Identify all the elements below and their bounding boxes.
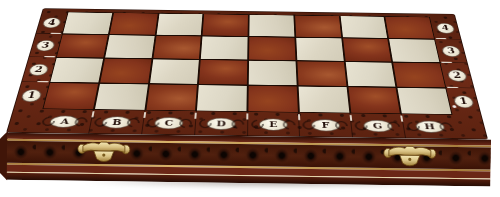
box-front — [6, 133, 491, 187]
board-square-e2 — [249, 61, 297, 85]
brass-clasp-left — [77, 139, 131, 166]
grid-tick — [44, 56, 55, 57]
product-photo: 4321 4321 ABCDEFGH — [0, 0, 500, 197]
board-square-c4 — [156, 14, 202, 36]
grid-tick — [436, 38, 447, 39]
board-square-f1 — [298, 87, 349, 113]
board-square-b3 — [105, 35, 154, 58]
board-square-d4 — [203, 14, 248, 36]
board-square-g2 — [345, 62, 395, 87]
file-label: G — [363, 119, 393, 132]
board-square-d1 — [197, 85, 247, 111]
brass-clasp-right — [383, 143, 437, 170]
board-square-g1 — [348, 87, 400, 113]
grid-tick — [447, 87, 459, 88]
file-label-cell: F — [298, 113, 352, 138]
file-label: B — [102, 116, 133, 128]
file-label-cell: H — [401, 114, 458, 139]
board-square-h3 — [389, 39, 439, 62]
grid-tick — [298, 114, 300, 120]
board-square-b4 — [110, 13, 158, 35]
rank-label: 3 — [35, 40, 56, 51]
grid-tick — [50, 33, 61, 34]
board-square-c2 — [150, 59, 200, 83]
board-square-g3 — [343, 38, 392, 61]
file-label-cell: E — [247, 112, 300, 137]
board-square-g4 — [340, 16, 387, 38]
rank-label: 4 — [42, 17, 62, 28]
board-square-e1 — [248, 86, 297, 112]
highlight-glint — [452, 105, 456, 108]
file-label-cell: G — [350, 113, 405, 138]
file-label: E — [259, 118, 288, 130]
rank-label-cell: 4 — [430, 17, 462, 40]
file-label: F — [311, 119, 341, 131]
board-square-b2 — [100, 59, 151, 83]
board-square-c3 — [153, 36, 201, 59]
board-top-face: 4321 4321 ABCDEFGH — [6, 8, 488, 139]
file-label: A — [49, 115, 80, 127]
board-square-d3 — [201, 36, 248, 59]
board-square-a4 — [63, 12, 112, 34]
board-square-a2 — [50, 58, 102, 82]
rank-label-cell: 1 — [446, 88, 481, 115]
rank-label: 2 — [28, 64, 50, 76]
file-label-cell: A — [36, 109, 93, 134]
board-square-c1 — [146, 84, 197, 110]
rank-label-cell: 3 — [435, 39, 468, 63]
file-label-cell: C — [141, 110, 196, 135]
board-square-a1 — [44, 83, 98, 109]
rank-label: 1 — [20, 89, 43, 102]
board-square-b1 — [95, 84, 148, 110]
board-square-h2 — [393, 63, 445, 88]
rank-label: 3 — [441, 45, 462, 56]
board-square-f4 — [295, 16, 341, 38]
board-square-d2 — [199, 60, 247, 84]
rank-label-cell: 2 — [440, 63, 474, 89]
board-square-h1 — [398, 88, 452, 114]
rank-label: 2 — [447, 69, 468, 81]
chess-box: 4321 4321 ABCDEFGH — [5, 0, 496, 197]
board-square-h4 — [386, 17, 434, 39]
grid-tick — [37, 81, 49, 82]
rank-label: 4 — [435, 23, 455, 34]
file-label: D — [207, 117, 236, 129]
grid-tick — [246, 113, 248, 119]
board-square-f3 — [296, 38, 343, 61]
file-label: H — [414, 120, 445, 133]
grid-tick — [441, 62, 452, 63]
board-square-e4 — [249, 15, 294, 37]
file-label-cell: B — [88, 110, 144, 135]
board-grid — [42, 12, 452, 115]
board-square-e3 — [249, 37, 295, 60]
file-label: C — [154, 117, 184, 129]
file-label-cell: D — [194, 111, 247, 136]
board-square-f2 — [297, 61, 346, 86]
board-square-a3 — [57, 35, 108, 58]
